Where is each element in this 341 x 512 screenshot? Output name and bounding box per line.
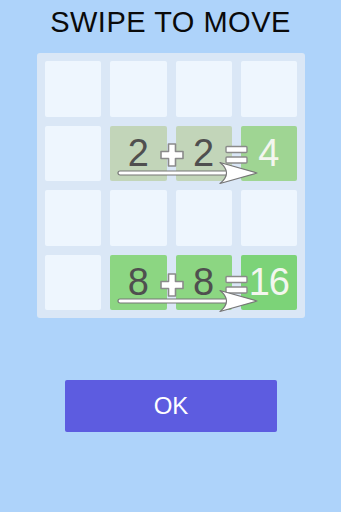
tile-2: 2 [176,126,232,182]
cell-empty [45,255,101,311]
cell-empty [110,190,166,246]
tile-8: 8 [110,255,166,311]
tile-2: 2 [110,126,166,182]
cell-empty [45,61,101,117]
cell-empty [45,126,101,182]
tile-16: 16 [241,255,297,311]
tile-4: 4 [241,126,297,182]
board-grid: 2248816 [37,53,305,318]
page-title: SWIPE TO MOVE [0,6,341,38]
tutorial-screen: SWIPE TO MOVE 2248816 OK [0,0,341,512]
cell-empty [176,190,232,246]
cell-empty [110,61,166,117]
cell-empty [176,61,232,117]
game-board[interactable]: 2248816 [37,53,305,318]
tile-8: 8 [176,255,232,311]
cell-empty [241,61,297,117]
cell-empty [45,190,101,246]
cell-empty [241,190,297,246]
ok-button[interactable]: OK [65,380,277,432]
